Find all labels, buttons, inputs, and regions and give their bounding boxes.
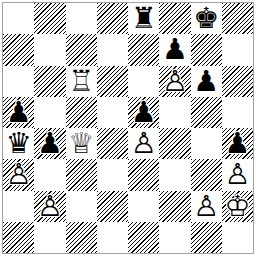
square-c8[interactable]: [66, 3, 97, 34]
square-a6[interactable]: [3, 66, 34, 97]
square-e1[interactable]: [128, 222, 159, 253]
square-f3[interactable]: [159, 159, 190, 190]
square-h5[interactable]: [222, 97, 253, 128]
piece-underlay: ♜: [128, 3, 159, 34]
square-e8[interactable]: ♜♜: [128, 3, 159, 34]
square-a5[interactable]: ♟♟: [3, 97, 34, 128]
white-rook-icon: ♖: [66, 66, 97, 97]
piece-underlay: ♟: [3, 159, 34, 190]
white-pawn-icon: ♙: [191, 191, 222, 222]
square-h3[interactable]: ♟♙: [222, 159, 253, 190]
square-b6[interactable]: [34, 66, 65, 97]
piece-underlay: ♟: [34, 191, 65, 222]
square-d1[interactable]: [97, 222, 128, 253]
square-b3[interactable]: [34, 159, 65, 190]
black-pawn-icon: ♟: [128, 97, 159, 128]
square-a4[interactable]: ♛♛: [3, 128, 34, 159]
square-f2[interactable]: [159, 191, 190, 222]
square-g6[interactable]: ♟♟: [191, 66, 222, 97]
square-b4[interactable]: ♟♟: [34, 128, 65, 159]
piece-underlay: ♟: [34, 128, 65, 159]
square-b1[interactable]: [34, 222, 65, 253]
square-a7[interactable]: [3, 34, 34, 65]
piece-underlay: ♛: [3, 128, 34, 159]
square-h7[interactable]: [222, 34, 253, 65]
piece-underlay: ♟: [159, 34, 190, 65]
square-c5[interactable]: [66, 97, 97, 128]
square-b8[interactable]: [34, 3, 65, 34]
chess-board: ♜♜♚♚♟♟♜♖♟♙♟♟♟♟♟♟♛♛♟♟♛♕♟♙♟♟♟♙♟♙♟♙♟♙♚♔: [2, 2, 254, 254]
white-queen-icon: ♕: [66, 128, 97, 159]
square-a1[interactable]: [3, 222, 34, 253]
square-d7[interactable]: [97, 34, 128, 65]
black-rook-icon: ♜: [128, 3, 159, 34]
square-h2[interactable]: ♚♔: [222, 191, 253, 222]
square-c6[interactable]: ♜♖: [66, 66, 97, 97]
piece-underlay: ♚: [222, 191, 253, 222]
black-king-icon: ♚: [191, 3, 222, 34]
piece-underlay: ♛: [66, 128, 97, 159]
square-h4[interactable]: ♟♟: [222, 128, 253, 159]
piece-underlay: ♚: [191, 3, 222, 34]
piece-underlay: ♜: [66, 66, 97, 97]
black-pawn-icon: ♟: [222, 128, 253, 159]
square-g7[interactable]: [191, 34, 222, 65]
black-queen-icon: ♛: [3, 128, 34, 159]
square-d6[interactable]: [97, 66, 128, 97]
square-f7[interactable]: ♟♟: [159, 34, 190, 65]
square-e5[interactable]: ♟♟: [128, 97, 159, 128]
square-e7[interactable]: [128, 34, 159, 65]
square-d4[interactable]: [97, 128, 128, 159]
white-pawn-icon: ♙: [222, 159, 253, 190]
white-king-icon: ♔: [222, 191, 253, 222]
square-a2[interactable]: [3, 191, 34, 222]
white-pawn-icon: ♙: [128, 128, 159, 159]
square-h8[interactable]: [222, 3, 253, 34]
square-f6[interactable]: ♟♙: [159, 66, 190, 97]
piece-underlay: ♟: [128, 97, 159, 128]
piece-underlay: ♟: [222, 159, 253, 190]
square-d8[interactable]: [97, 3, 128, 34]
square-d2[interactable]: [97, 191, 128, 222]
square-g3[interactable]: [191, 159, 222, 190]
piece-underlay: ♟: [191, 191, 222, 222]
piece-underlay: ♟: [3, 97, 34, 128]
square-f5[interactable]: [159, 97, 190, 128]
piece-underlay: ♟: [159, 66, 190, 97]
square-e3[interactable]: [128, 159, 159, 190]
square-c1[interactable]: [66, 222, 97, 253]
square-c7[interactable]: [66, 34, 97, 65]
square-g2[interactable]: ♟♙: [191, 191, 222, 222]
square-c2[interactable]: [66, 191, 97, 222]
white-pawn-icon: ♙: [3, 159, 34, 190]
square-g4[interactable]: [191, 128, 222, 159]
black-pawn-icon: ♟: [3, 97, 34, 128]
square-b2[interactable]: ♟♙: [34, 191, 65, 222]
white-pawn-icon: ♙: [34, 191, 65, 222]
square-d3[interactable]: [97, 159, 128, 190]
square-d5[interactable]: [97, 97, 128, 128]
square-h1[interactable]: [222, 222, 253, 253]
black-pawn-icon: ♟: [159, 34, 190, 65]
black-pawn-icon: ♟: [34, 128, 65, 159]
square-a8[interactable]: [3, 3, 34, 34]
piece-underlay: ♟: [128, 128, 159, 159]
square-f1[interactable]: [159, 222, 190, 253]
square-f8[interactable]: [159, 3, 190, 34]
square-e2[interactable]: [128, 191, 159, 222]
piece-underlay: ♟: [222, 128, 253, 159]
square-c4[interactable]: ♛♕: [66, 128, 97, 159]
square-g1[interactable]: [191, 222, 222, 253]
square-e6[interactable]: [128, 66, 159, 97]
white-pawn-icon: ♙: [159, 66, 190, 97]
chess-diagram-page: ♜♜♚♚♟♟♜♖♟♙♟♟♟♟♟♟♛♛♟♟♛♕♟♙♟♟♟♙♟♙♟♙♟♙♚♔: [0, 0, 258, 258]
square-h6[interactable]: [222, 66, 253, 97]
square-e4[interactable]: ♟♙: [128, 128, 159, 159]
square-c3[interactable]: [66, 159, 97, 190]
square-f4[interactable]: [159, 128, 190, 159]
piece-underlay: ♟: [191, 66, 222, 97]
square-b7[interactable]: [34, 34, 65, 65]
square-b5[interactable]: [34, 97, 65, 128]
square-g8[interactable]: ♚♚: [191, 3, 222, 34]
black-pawn-icon: ♟: [191, 66, 222, 97]
square-a3[interactable]: ♟♙: [3, 159, 34, 190]
square-g5[interactable]: [191, 97, 222, 128]
